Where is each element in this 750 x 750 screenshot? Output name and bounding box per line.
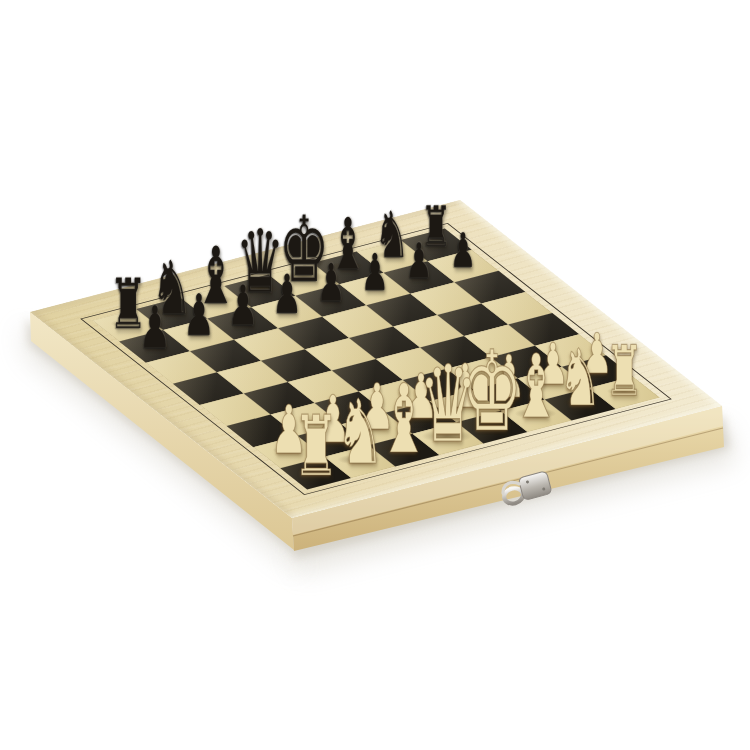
white-knight-icon: ♞	[558, 340, 602, 419]
black-pawn-icon: ♟	[272, 267, 302, 321]
white-knight-icon: ♞	[335, 388, 385, 477]
black-pawn-icon: ♟	[450, 227, 477, 275]
white-rook-icon: ♜	[605, 336, 644, 406]
white-bishop-icon: ♝	[377, 372, 430, 467]
product-photo-scene: ♜♞♝♛♚♝♞♜♟♟♟♟♟♟♟♟♟♟♟♟♟♟♟♟♜♞♝♛♚♝♞♜	[0, 0, 750, 750]
black-pawn-icon: ♟	[316, 257, 345, 310]
black-pawn-icon: ♟	[138, 298, 171, 357]
white-rook-icon: ♜	[293, 405, 339, 488]
pieces-layer: ♜♞♝♛♚♝♞♜♟♟♟♟♟♟♟♟♟♟♟♟♟♟♟♟♜♞♝♛♚♝♞♜	[0, 0, 750, 750]
black-pawn-icon: ♟	[361, 247, 389, 298]
black-pawn-icon: ♟	[227, 278, 258, 334]
black-pawn-icon: ♟	[183, 288, 215, 345]
black-pawn-icon: ♟	[405, 237, 432, 286]
